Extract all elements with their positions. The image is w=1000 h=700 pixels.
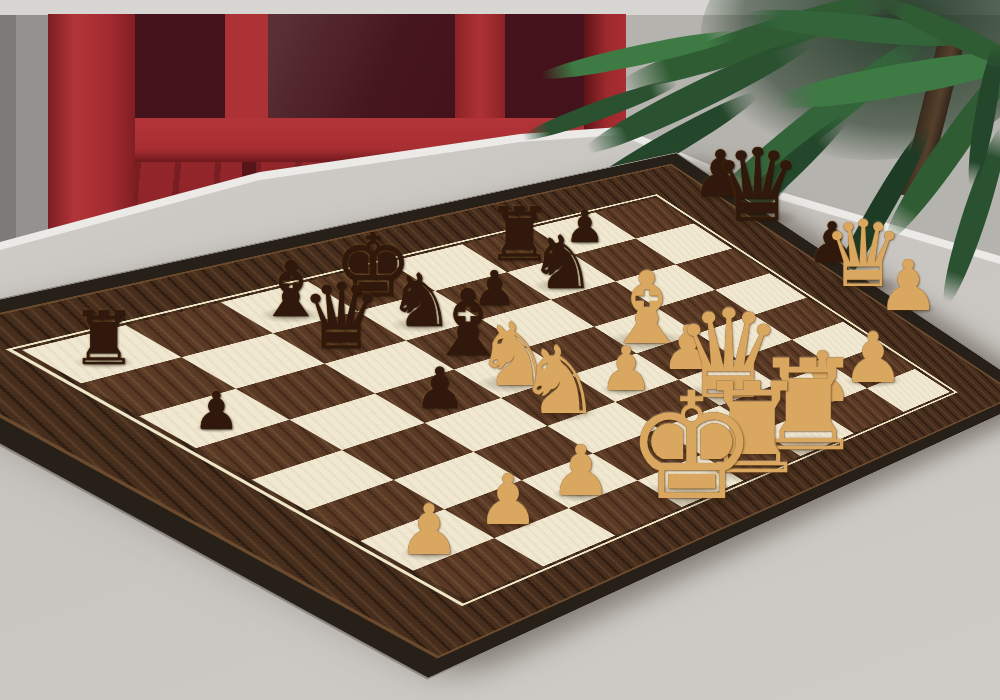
wall-top-molding bbox=[0, 0, 1000, 15]
cabinet-glass-reflection bbox=[268, 14, 626, 118]
cabinet-mullion bbox=[455, 14, 505, 118]
cabinet-mullion bbox=[225, 14, 268, 118]
scene: ♜♝♚♜♟♛♞♟♞♟♝♟♞♝♞♟♟♛♟♟♟♟♟♚♜♜♟♛♟♛♟ bbox=[0, 0, 1000, 700]
